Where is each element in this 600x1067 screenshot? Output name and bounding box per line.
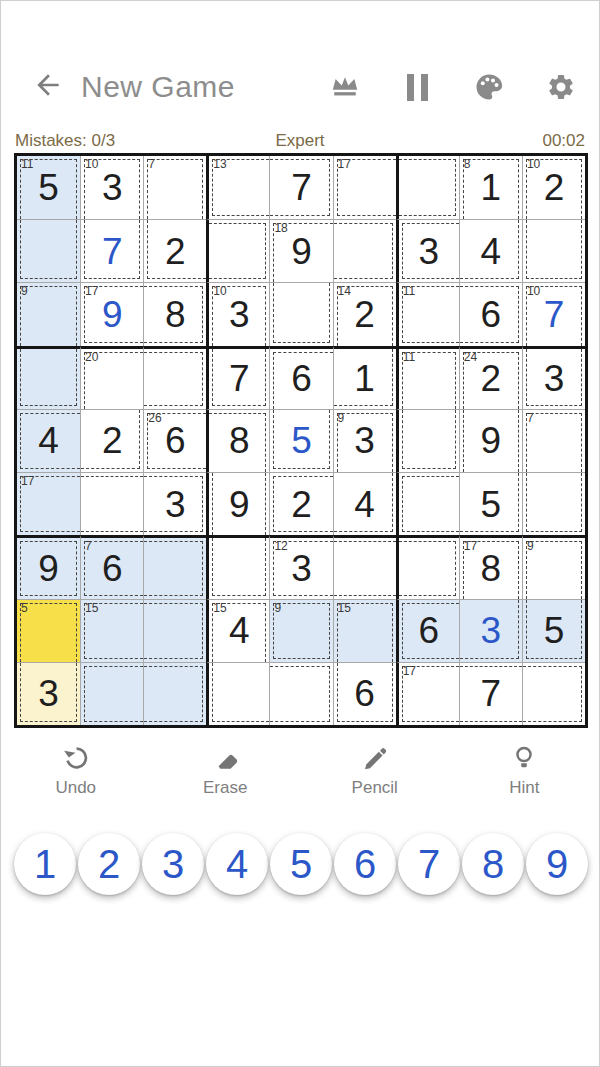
given-digit: 3 [17,663,80,725]
given-digit: 6 [334,663,396,725]
cage-sum-label: 11 [403,285,415,297]
cage-border [81,476,143,532]
cell-r2c1[interactable] [17,219,80,282]
given-digit: 7 [209,349,269,409]
cage-sum-label: 12 [274,540,287,552]
given-digit: 3 [523,349,585,409]
numpad-button-6[interactable]: 6 [334,833,396,895]
cell-r1c3[interactable]: 7 [143,156,206,219]
cell-r8c3[interactable] [143,599,206,662]
cage-border [144,666,203,722]
cell-r9c6[interactable]: 6 [333,662,396,725]
undo-icon [62,742,90,772]
cell-r5c9[interactable]: 7 [522,409,585,472]
cell-r4c7[interactable]: 11 [396,346,459,409]
cage-sum-label: 10 [85,158,98,170]
given-digit: 9 [460,410,522,472]
given-digit: 3 [144,473,206,535]
given-digit: 1 [334,349,396,409]
given-digit: 2 [81,410,143,472]
cell-r1c6[interactable]: 17 [333,156,396,219]
toolbar: Undo Erase Pencil Hint [1,742,599,798]
cell-r4c9[interactable]: 3 [522,346,585,409]
cage-sum-label: 14 [338,285,351,297]
cell-r7c3[interactable] [143,535,206,598]
cell-r7c5[interactable]: 123 [269,535,332,598]
cell-r4c3[interactable] [143,346,206,409]
cage-sum-label: 13 [213,158,226,170]
cell-r7c1[interactable]: 9 [17,535,80,598]
cage-sum-label: 26 [148,412,161,424]
cell-r6c2[interactable] [80,472,143,535]
pause-icon[interactable] [401,71,433,103]
cage-border [20,220,77,279]
cell-r3c5[interactable] [269,282,332,345]
cage-border [273,283,329,342]
user-digit: 5 [270,410,332,472]
cage-border [273,603,329,659]
given-digit: 7 [270,156,332,219]
cage-sum-label: 15 [213,602,226,614]
difficulty-label: Expert [15,131,585,151]
given-digit: 2 [144,220,206,282]
settings-gear-icon[interactable] [545,71,577,103]
cage-border [84,666,143,722]
cell-r7c7[interactable] [396,535,459,598]
cell-r8c7[interactable]: 6 [396,599,459,662]
cell-r5c6[interactable]: 93 [333,409,396,472]
numpad-button-8[interactable]: 8 [462,833,524,895]
user-digit: 3 [460,600,522,662]
cage-sum-label: 11 [403,351,415,363]
cage-border [526,541,582,598]
numpad-button-4[interactable]: 4 [206,833,268,895]
cell-r5c7[interactable] [396,409,459,472]
cage-sum-label: 9 [338,412,345,424]
cell-r9c7[interactable]: 17 [396,662,459,725]
given-digit: 6 [399,600,459,662]
pencil-icon [361,742,389,772]
cell-r6c3[interactable]: 3 [143,472,206,535]
given-digit: 5 [460,473,522,535]
cell-r2c6[interactable] [333,219,396,282]
cell-r8c9[interactable]: 5 [522,599,585,662]
cell-r5c2[interactable]: 2 [80,409,143,472]
cell-r8c8[interactable]: 3 [459,599,522,662]
cell-r5c1[interactable]: 4 [17,409,80,472]
numpad-button-3[interactable]: 3 [142,833,204,895]
given-digit: 6 [270,349,332,409]
cell-r4c8[interactable]: 242 [459,346,522,409]
cell-r7c8[interactable]: 178 [459,535,522,598]
cell-r3c2[interactable]: 179 [80,282,143,345]
cell-r9c4[interactable] [206,662,269,725]
cell-r8c5[interactable]: 9 [269,599,332,662]
given-digit: 2 [270,473,332,535]
cage-sum-label: 17 [21,475,34,487]
cell-r2c8[interactable]: 4 [459,219,522,282]
cage-border [526,220,582,279]
cage-border [270,666,329,722]
cell-r2c4[interactable] [206,219,269,282]
cell-r8c6[interactable]: 15 [333,599,396,662]
given-digit: 4 [17,410,80,472]
given-digit: 4 [334,473,396,535]
cell-r3c6[interactable]: 142 [333,282,396,345]
erase-button[interactable]: Erase [185,742,265,798]
cell-r7c9[interactable]: 9 [522,535,585,598]
cage-sum-label: 7 [527,412,534,424]
cage-border [526,413,582,472]
cage-border [334,223,393,279]
numpad-button-5[interactable]: 5 [270,833,332,895]
hint-button[interactable]: Hint [484,742,564,798]
cell-r2c9[interactable] [522,219,585,282]
cage-border [212,663,269,722]
numpad-button-2[interactable]: 2 [78,833,140,895]
back-button[interactable] [31,70,65,104]
cell-r6c9[interactable] [522,472,585,535]
number-pad: 123456789 [14,833,588,895]
cage-sum-label: 5 [21,602,28,614]
cage-sum-label: 9 [21,285,28,297]
cell-r9c5[interactable] [269,662,332,725]
cell-r2c2[interactable]: 7 [80,219,143,282]
cell-r9c8[interactable]: 7 [459,662,522,725]
cage-sum-label: 15 [338,602,351,614]
cell-r6c1[interactable]: 17 [17,472,80,535]
eraser-icon [211,742,239,772]
cell-r6c7[interactable] [396,472,459,535]
numpad-button-7[interactable]: 7 [398,833,460,895]
cage-border [523,666,582,722]
cage-border [144,603,203,659]
cell-r3c8[interactable]: 6 [459,282,522,345]
cell-r7c4[interactable] [206,535,269,598]
cell-r7c2[interactable]: 76 [80,535,143,598]
given-digit: 3 [399,220,459,282]
back-arrow-icon [32,69,64,105]
cage-sum-label: 24 [464,351,477,363]
cage-border [144,541,203,595]
cage-border [20,603,77,662]
given-digit: 9 [17,538,80,598]
cell-r4c5[interactable]: 6 [269,346,332,409]
cell-r5c4[interactable]: 8 [206,409,269,472]
user-digit: 7 [81,220,143,282]
cell-r3c1[interactable]: 9 [17,282,80,345]
cell-r2c5[interactable]: 189 [269,219,332,282]
cell-r3c4[interactable]: 103 [206,282,269,345]
cage-border [209,223,266,279]
palette-icon[interactable] [473,71,505,103]
cage-sum-label: 17 [338,158,351,170]
cage-sum-label: 9 [274,602,281,614]
cell-r5c5[interactable]: 5 [269,409,332,472]
cage-border [334,541,396,595]
cell-r8c4[interactable]: 154 [206,599,269,662]
sudoku-board: 1151037137178110272189349179810314211610… [14,153,588,728]
cage-sum-label: 10 [527,158,540,170]
cell-r1c9[interactable]: 102 [522,156,585,219]
numpad-button-9[interactable]: 9 [526,833,588,895]
cell-r1c7[interactable] [396,156,459,219]
status-row: Mistakes: 0/3 Expert 00:02 [15,131,585,153]
given-digit: 5 [523,600,585,662]
cage-sum-label: 9 [527,540,534,552]
cell-r4c4[interactable]: 7 [206,346,269,409]
cage-sum-label: 18 [274,222,287,234]
pencil-button[interactable]: Pencil [335,742,415,798]
cell-r9c1[interactable]: 3 [17,662,80,725]
cage-sum-label: 11 [21,158,33,170]
cage-border [399,541,456,595]
crown-icon[interactable] [329,71,361,103]
given-digit: 7 [460,663,522,725]
cell-r8c2[interactable]: 15 [80,599,143,662]
undo-button[interactable]: Undo [36,742,116,798]
cell-r9c3[interactable] [143,662,206,725]
cell-r2c3[interactable]: 2 [143,219,206,282]
cell-r9c9[interactable] [522,662,585,725]
cage-border [526,473,582,532]
app-bar: New Game [1,63,599,111]
cage-sum-label: 17 [403,665,416,677]
cell-r3c9[interactable]: 107 [522,282,585,345]
given-digit: 8 [144,283,206,345]
page-title: New Game [81,70,235,104]
cell-r4c6[interactable]: 1 [333,346,396,409]
cage-sum-label: 20 [85,351,98,363]
cage-border [147,159,203,219]
given-digit: 6 [460,283,522,345]
given-digit: 8 [209,410,269,472]
numpad-button-1[interactable]: 1 [14,833,76,895]
cage-sum-label: 7 [85,540,92,552]
cell-r9c2[interactable] [80,662,143,725]
cage-border [20,286,77,345]
cage-border [144,352,203,406]
cage-border [212,538,266,595]
cell-r3c3[interactable]: 8 [143,282,206,345]
cell-r5c8[interactable]: 9 [459,409,522,472]
cell-r4c2[interactable]: 20 [80,346,143,409]
cell-r1c5[interactable]: 7 [269,156,332,219]
cage-sum-label: 10 [213,285,226,297]
cage-sum-label: 17 [85,285,98,297]
cell-r7c6[interactable] [333,535,396,598]
cell-r6c4[interactable]: 9 [206,472,269,535]
cage-border [402,410,456,469]
cell-r6c5[interactable]: 2 [269,472,332,535]
cell-r6c6[interactable]: 4 [333,472,396,535]
cage-sum-label: 15 [85,602,98,614]
cell-r4c1[interactable] [17,346,80,409]
hint-icon [510,742,538,772]
cell-r5c3[interactable]: 266 [143,409,206,472]
app-screen: New Game Mistakes: 0/3 Expert 00:02 1151… [0,0,600,1067]
cell-r3c7[interactable]: 11 [396,282,459,345]
cage-border [20,349,77,406]
cage-sum-label: 7 [148,158,155,170]
cell-r1c1[interactable]: 115 [17,156,80,219]
cell-r1c2[interactable]: 103 [80,156,143,219]
cell-r8c1[interactable]: 5 [17,599,80,662]
cage-border [402,476,459,532]
cell-r2c7[interactable]: 3 [396,219,459,282]
given-digit: 4 [460,220,522,282]
cage-sum-label: 17 [464,540,477,552]
cell-r1c4[interactable]: 13 [206,156,269,219]
cell-r6c8[interactable]: 5 [459,472,522,535]
cell-r1c8[interactable]: 81 [459,156,522,219]
cage-sum-label: 10 [527,285,540,297]
cage-sum-label: 8 [464,158,471,170]
given-digit: 9 [209,473,269,535]
cage-border [399,159,456,216]
